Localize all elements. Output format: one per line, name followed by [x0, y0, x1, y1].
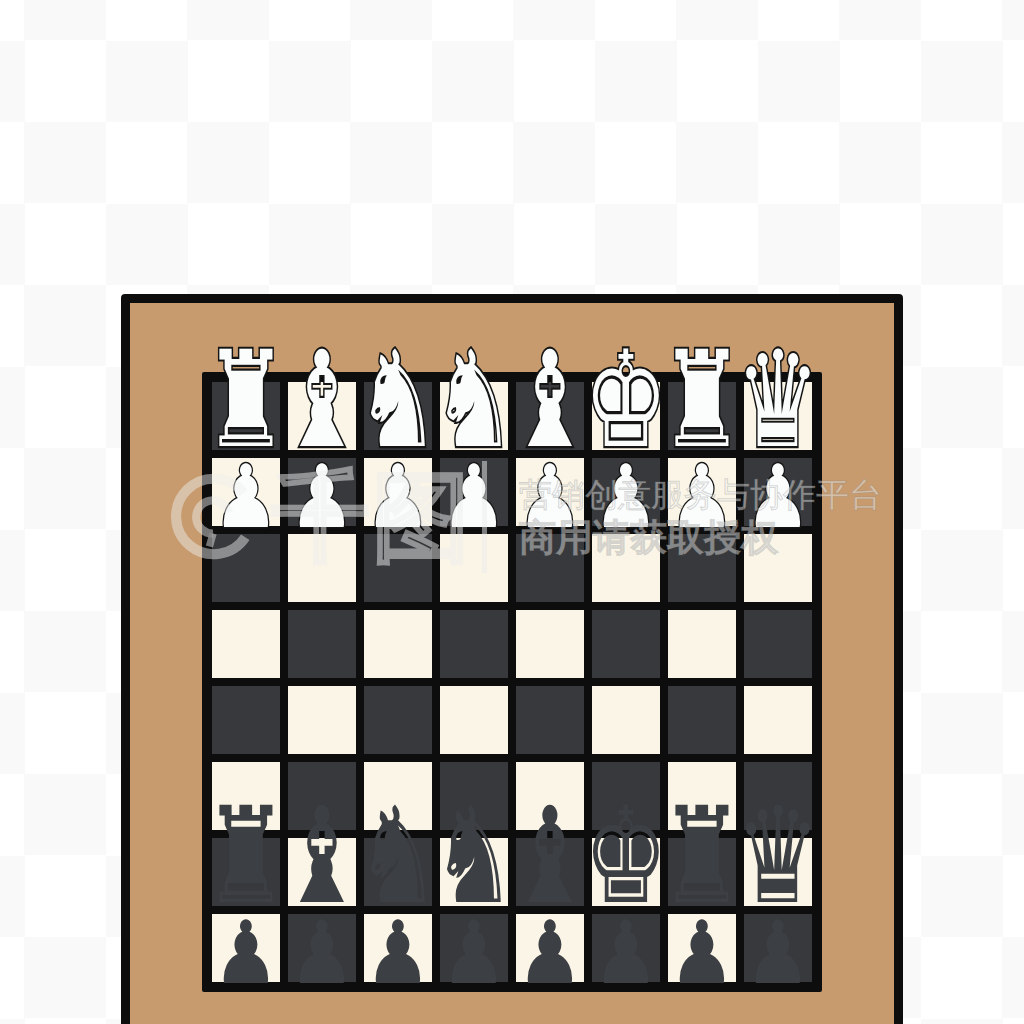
- square-a5[interactable]: [212, 610, 280, 678]
- piece-black-pawn[interactable]: ♟: [441, 909, 507, 996]
- square-b5[interactable]: [288, 610, 356, 678]
- piece-black-pawn[interactable]: ♟: [289, 909, 355, 996]
- square-e1[interactable]: ♟: [516, 914, 584, 982]
- square-b8[interactable]: ♝: [288, 382, 356, 450]
- piece-white-pawn[interactable]: ♟: [745, 453, 811, 540]
- square-g2[interactable]: ♜: [668, 838, 736, 906]
- square-d7[interactable]: ♟: [440, 458, 508, 526]
- square-d1[interactable]: ♟: [440, 914, 508, 982]
- piece-black-pawn[interactable]: ♟: [365, 909, 431, 996]
- square-h8[interactable]: ♛: [744, 382, 812, 450]
- piece-white-pawn[interactable]: ♟: [213, 453, 279, 540]
- square-f8[interactable]: ♚: [592, 382, 660, 450]
- square-f1[interactable]: ♟: [592, 914, 660, 982]
- square-d8[interactable]: ♞: [440, 382, 508, 450]
- piece-white-pawn[interactable]: ♟: [365, 453, 431, 540]
- piece-black-pawn[interactable]: ♟: [669, 909, 735, 996]
- page: { "game": "chess", "artwork": { "style":…: [0, 0, 1024, 1024]
- square-c6[interactable]: [364, 534, 432, 602]
- piece-white-pawn[interactable]: ♟: [593, 453, 659, 540]
- piece-white-pawn[interactable]: ♟: [517, 453, 583, 540]
- piece-white-pawn[interactable]: ♟: [669, 453, 735, 540]
- square-g1[interactable]: ♟: [668, 914, 736, 982]
- square-h2[interactable]: ♛: [744, 838, 812, 906]
- square-f2[interactable]: ♚: [592, 838, 660, 906]
- square-a8[interactable]: ♜: [212, 382, 280, 450]
- square-f7[interactable]: ♟: [592, 458, 660, 526]
- square-a7[interactable]: ♟: [212, 458, 280, 526]
- square-e6[interactable]: [516, 534, 584, 602]
- piece-white-pawn[interactable]: ♟: [289, 453, 355, 540]
- square-e4[interactable]: [516, 686, 584, 754]
- piece-black-pawn[interactable]: ♟: [517, 909, 583, 996]
- square-c7[interactable]: ♟: [364, 458, 432, 526]
- square-h1[interactable]: ♟: [744, 914, 812, 982]
- square-g6[interactable]: [668, 534, 736, 602]
- square-d2[interactable]: ♞: [440, 838, 508, 906]
- square-e5[interactable]: [516, 610, 584, 678]
- square-d5[interactable]: [440, 610, 508, 678]
- board-frame: ♜♝♞♞♝♚♜♛♟♟♟♟♟♟♟♟♜♝♞♞♝♚♜♛♟♟♟♟♟♟♟♟: [121, 294, 903, 1024]
- square-f6[interactable]: [592, 534, 660, 602]
- square-d4[interactable]: [440, 686, 508, 754]
- square-a4[interactable]: [212, 686, 280, 754]
- piece-black-pawn[interactable]: ♟: [745, 909, 811, 996]
- square-b1[interactable]: ♟: [288, 914, 356, 982]
- piece-white-pawn[interactable]: ♟: [441, 453, 507, 540]
- square-c5[interactable]: [364, 610, 432, 678]
- square-c8[interactable]: ♞: [364, 382, 432, 450]
- square-d6[interactable]: [440, 534, 508, 602]
- square-a2[interactable]: ♜: [212, 838, 280, 906]
- square-b7[interactable]: ♟: [288, 458, 356, 526]
- square-c2[interactable]: ♞: [364, 838, 432, 906]
- square-h6[interactable]: [744, 534, 812, 602]
- square-b6[interactable]: [288, 534, 356, 602]
- square-g7[interactable]: ♟: [668, 458, 736, 526]
- square-b2[interactable]: ♝: [288, 838, 356, 906]
- square-f5[interactable]: [592, 610, 660, 678]
- chess-board: ♜♝♞♞♝♚♜♛♟♟♟♟♟♟♟♟♜♝♞♞♝♚♜♛♟♟♟♟♟♟♟♟: [202, 372, 822, 992]
- square-e7[interactable]: ♟: [516, 458, 584, 526]
- square-a6[interactable]: [212, 534, 280, 602]
- square-h5[interactable]: [744, 610, 812, 678]
- square-g5[interactable]: [668, 610, 736, 678]
- square-c1[interactable]: ♟: [364, 914, 432, 982]
- square-c4[interactable]: [364, 686, 432, 754]
- square-h7[interactable]: ♟: [744, 458, 812, 526]
- piece-black-pawn[interactable]: ♟: [593, 909, 659, 996]
- square-h4[interactable]: [744, 686, 812, 754]
- square-g8[interactable]: ♜: [668, 382, 736, 450]
- square-e2[interactable]: ♝: [516, 838, 584, 906]
- square-e8[interactable]: ♝: [516, 382, 584, 450]
- piece-black-pawn[interactable]: ♟: [213, 909, 279, 996]
- square-g4[interactable]: [668, 686, 736, 754]
- square-a1[interactable]: ♟: [212, 914, 280, 982]
- square-f4[interactable]: [592, 686, 660, 754]
- square-b4[interactable]: [288, 686, 356, 754]
